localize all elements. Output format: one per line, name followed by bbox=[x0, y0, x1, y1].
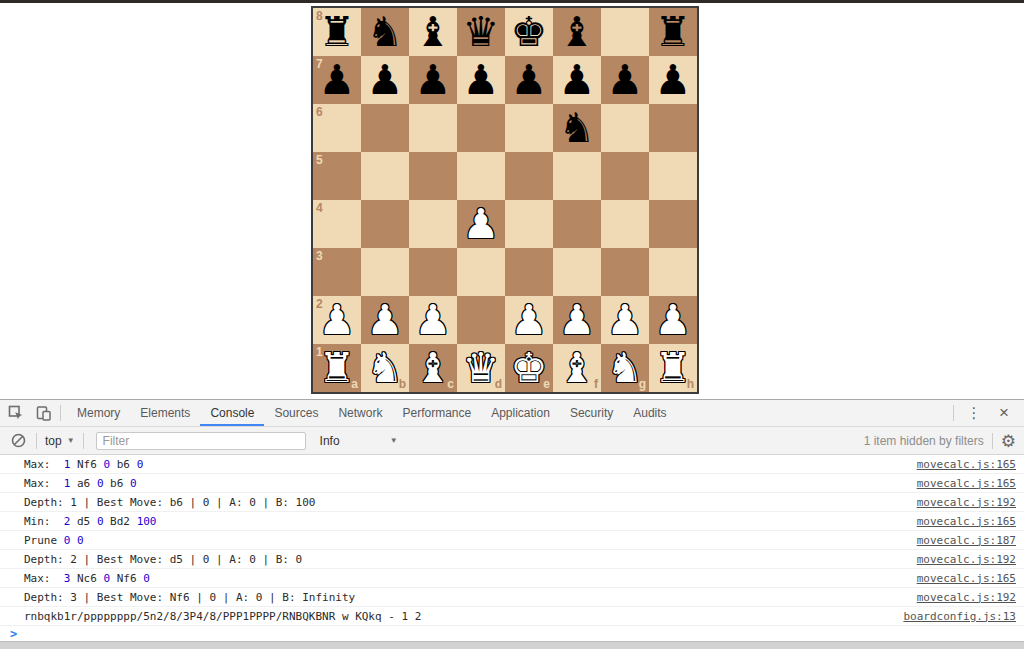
square-f2[interactable]: ♟ bbox=[553, 296, 601, 344]
console-row: Max: 1 a6 0 b6 0movecalc.js:165 bbox=[0, 474, 1024, 493]
piece-bP[interactable]: ♟ bbox=[601, 56, 649, 104]
console-prompt-chevron: > bbox=[10, 627, 17, 641]
rank-label: 4 bbox=[316, 202, 323, 214]
log-level-label: Info bbox=[320, 434, 340, 448]
page: 8♜♞♝♛♚♝♜7♟♟♟♟♟♟♟♟6♞54♟32♟♟♟♟♟♟♟1a♜b♞c♝d♛… bbox=[0, 0, 1024, 649]
console-row: Depth: 3 | Best Move: Nf6 | 0 | A: 0 | B… bbox=[0, 588, 1024, 607]
piece-wN[interactable]: ♞ bbox=[601, 344, 649, 392]
rank-label: 6 bbox=[316, 106, 323, 118]
page-top-border bbox=[0, 0, 1024, 3]
piece-bP[interactable]: ♟ bbox=[457, 56, 505, 104]
console-message: Depth: 1 | Best Move: b6 | 0 | A: 0 | B:… bbox=[24, 496, 315, 509]
console-row: Depth: 2 | Best Move: d5 | 0 | A: 0 | B:… bbox=[0, 550, 1024, 569]
piece-wB[interactable]: ♝ bbox=[553, 344, 601, 392]
square-g4[interactable] bbox=[601, 200, 649, 248]
piece-wB[interactable]: ♝ bbox=[409, 344, 457, 392]
source-link[interactable]: movecalc.js:192 bbox=[917, 496, 1016, 509]
square-a6[interactable]: 6 bbox=[313, 104, 361, 152]
square-e5[interactable] bbox=[505, 152, 553, 200]
piece-wP[interactable]: ♟ bbox=[601, 296, 649, 344]
square-f7[interactable]: ♟ bbox=[553, 56, 601, 104]
square-b2[interactable]: ♟ bbox=[361, 296, 409, 344]
square-e3[interactable] bbox=[505, 248, 553, 296]
log-level-select[interactable]: Info ▼ bbox=[320, 434, 398, 448]
piece-wP[interactable]: ♟ bbox=[553, 296, 601, 344]
window-bottom-edge bbox=[0, 641, 1024, 649]
square-g7[interactable]: ♟ bbox=[601, 56, 649, 104]
console-message: Max: 1 Nf6 0 b6 0 bbox=[24, 458, 143, 471]
console-message: Depth: 2 | Best Move: d5 | 0 | A: 0 | B:… bbox=[24, 553, 302, 566]
square-h8[interactable]: ♜ bbox=[649, 8, 697, 56]
tabbar-right-controls: ⋮ × bbox=[953, 400, 1024, 426]
tab-elements[interactable]: Elements bbox=[130, 400, 200, 426]
chevron-down-icon: ▼ bbox=[67, 436, 75, 445]
devtools-tabs: MemoryElementsConsoleSourcesNetworkPerfo… bbox=[67, 400, 677, 426]
square-c5[interactable] bbox=[409, 152, 457, 200]
square-d8[interactable]: ♛ bbox=[457, 8, 505, 56]
square-c7[interactable]: ♟ bbox=[409, 56, 457, 104]
console-row: Prune 0 0movecalc.js:187 bbox=[0, 531, 1024, 550]
piece-wP[interactable]: ♟ bbox=[457, 200, 505, 248]
devtools-left-icons bbox=[0, 400, 60, 426]
square-c4[interactable] bbox=[409, 200, 457, 248]
piece-bR[interactable]: ♜ bbox=[649, 8, 697, 56]
square-d1[interactable]: d♛ bbox=[457, 344, 505, 392]
square-f8[interactable]: ♝ bbox=[553, 8, 601, 56]
square-a5[interactable]: 5 bbox=[313, 152, 361, 200]
piece-wR[interactable]: ♜ bbox=[313, 344, 361, 392]
piece-bP[interactable]: ♟ bbox=[649, 56, 697, 104]
square-b7[interactable]: ♟ bbox=[361, 56, 409, 104]
square-c3[interactable] bbox=[409, 248, 457, 296]
square-c2[interactable]: ♟ bbox=[409, 296, 457, 344]
square-g5[interactable] bbox=[601, 152, 649, 200]
piece-bP[interactable]: ♟ bbox=[505, 56, 553, 104]
piece-wQ[interactable]: ♛ bbox=[457, 344, 505, 392]
chess-board-frame: 8♜♞♝♛♚♝♜7♟♟♟♟♟♟♟♟6♞54♟32♟♟♟♟♟♟♟1a♜b♞c♝d♛… bbox=[311, 6, 699, 394]
rank-label: 5 bbox=[316, 154, 323, 166]
piece-wN[interactable]: ♞ bbox=[361, 344, 409, 392]
console-message: Max: 1 a6 0 b6 0 bbox=[24, 477, 137, 490]
console-message: Min: 2 d5 0 Bd2 100 bbox=[24, 515, 157, 528]
console-row: Depth: 1 | Best Move: b6 | 0 | A: 0 | B:… bbox=[0, 493, 1024, 512]
source-link[interactable]: movecalc.js:165 bbox=[917, 458, 1016, 471]
inspect-icon[interactable] bbox=[6, 403, 26, 423]
piece-bB[interactable]: ♝ bbox=[553, 8, 601, 56]
piece-bN[interactable]: ♞ bbox=[361, 8, 409, 56]
square-b6[interactable] bbox=[361, 104, 409, 152]
tabbar-separator bbox=[60, 405, 61, 421]
console-row: Max: 1 Nf6 0 b6 0movecalc.js:165 bbox=[0, 455, 1024, 474]
console-message: Prune 0 0 bbox=[24, 534, 84, 547]
device-toolbar-icon[interactable] bbox=[34, 403, 54, 423]
square-c1[interactable]: c♝ bbox=[409, 344, 457, 392]
square-h6[interactable] bbox=[649, 104, 697, 152]
square-e1[interactable]: e♚ bbox=[505, 344, 553, 392]
piece-wP[interactable]: ♟ bbox=[361, 296, 409, 344]
toolbar-separator-2 bbox=[83, 433, 84, 449]
square-g8[interactable] bbox=[601, 8, 649, 56]
square-h7[interactable]: ♟ bbox=[649, 56, 697, 104]
square-b3[interactable] bbox=[361, 248, 409, 296]
square-a3[interactable]: 3 bbox=[313, 248, 361, 296]
toolbar-separator-3 bbox=[992, 433, 993, 449]
tab-sources[interactable]: Sources bbox=[264, 400, 328, 426]
console-row: Min: 2 d5 0 Bd2 100movecalc.js:165 bbox=[0, 512, 1024, 531]
piece-wK[interactable]: ♚ bbox=[505, 344, 553, 392]
piece-bR[interactable]: ♜ bbox=[313, 8, 361, 56]
square-f5[interactable] bbox=[553, 152, 601, 200]
square-e4[interactable] bbox=[505, 200, 553, 248]
square-d5[interactable] bbox=[457, 152, 505, 200]
piece-wP[interactable]: ♟ bbox=[505, 296, 553, 344]
tab-memory[interactable]: Memory bbox=[67, 400, 130, 426]
square-a1[interactable]: 1a♜ bbox=[313, 344, 361, 392]
piece-wR[interactable]: ♜ bbox=[649, 344, 697, 392]
tab-security[interactable]: Security bbox=[560, 400, 623, 426]
square-b1[interactable]: b♞ bbox=[361, 344, 409, 392]
hidden-items-note: 1 item hidden by filters bbox=[864, 434, 984, 448]
close-icon[interactable]: × bbox=[994, 403, 1014, 423]
console-message: Depth: 3 | Best Move: Nf6 | 0 | A: 0 | B… bbox=[24, 591, 355, 604]
tabbar-right-separator bbox=[953, 405, 954, 421]
square-d2[interactable] bbox=[457, 296, 505, 344]
console-message: Max: 3 Nc6 0 Nf6 0 bbox=[24, 572, 150, 585]
square-e2[interactable]: ♟ bbox=[505, 296, 553, 344]
square-b5[interactable] bbox=[361, 152, 409, 200]
console-log: Max: 1 Nf6 0 b6 0movecalc.js:165Max: 1 a… bbox=[0, 455, 1024, 626]
piece-bK[interactable]: ♚ bbox=[505, 8, 553, 56]
square-d3[interactable] bbox=[457, 248, 505, 296]
square-h2[interactable]: ♟ bbox=[649, 296, 697, 344]
console-toolbar: top ▼ Info ▼ 1 item hidden by filters ⚙ bbox=[0, 427, 1024, 455]
square-a7[interactable]: 7♟ bbox=[313, 56, 361, 104]
square-b8[interactable]: ♞ bbox=[361, 8, 409, 56]
chess-board: 8♜♞♝♛♚♝♜7♟♟♟♟♟♟♟♟6♞54♟32♟♟♟♟♟♟♟1a♜b♞c♝d♛… bbox=[313, 8, 697, 392]
square-a8[interactable]: 8♜ bbox=[313, 8, 361, 56]
piece-wP[interactable]: ♟ bbox=[313, 296, 361, 344]
square-h5[interactable] bbox=[649, 152, 697, 200]
square-a4[interactable]: 4 bbox=[313, 200, 361, 248]
square-e8[interactable]: ♚ bbox=[505, 8, 553, 56]
context-selector-label: top bbox=[45, 434, 62, 448]
console-row: Max: 3 Nc6 0 Nf6 0movecalc.js:165 bbox=[0, 569, 1024, 588]
piece-wP[interactable]: ♟ bbox=[649, 296, 697, 344]
square-f6[interactable]: ♞ bbox=[553, 104, 601, 152]
source-link[interactable]: movecalc.js:192 bbox=[917, 591, 1016, 604]
context-selector[interactable]: top ▼ bbox=[45, 434, 75, 448]
piece-bN[interactable]: ♞ bbox=[553, 104, 601, 152]
square-c8[interactable]: ♝ bbox=[409, 8, 457, 56]
piece-bP[interactable]: ♟ bbox=[361, 56, 409, 104]
source-link[interactable]: movecalc.js:165 bbox=[917, 477, 1016, 490]
piece-wP[interactable]: ♟ bbox=[409, 296, 457, 344]
square-b4[interactable] bbox=[361, 200, 409, 248]
square-d4[interactable]: ♟ bbox=[457, 200, 505, 248]
console-message: rnbqkb1r/pppppppp/5n2/8/3P4/8/PPP1PPPP/R… bbox=[24, 610, 421, 623]
tab-network[interactable]: Network bbox=[328, 400, 392, 426]
devtools-panel: MemoryElementsConsoleSourcesNetworkPerfo… bbox=[0, 399, 1024, 641]
piece-bP[interactable]: ♟ bbox=[313, 56, 361, 104]
source-link[interactable]: boardconfig.js:13 bbox=[903, 610, 1016, 623]
square-e6[interactable] bbox=[505, 104, 553, 152]
tab-performance[interactable]: Performance bbox=[392, 400, 481, 426]
square-d7[interactable]: ♟ bbox=[457, 56, 505, 104]
rank-label: 3 bbox=[316, 250, 323, 262]
square-h1[interactable]: h♜ bbox=[649, 344, 697, 392]
source-link[interactable]: movecalc.js:187 bbox=[917, 534, 1016, 547]
settings-gear-icon[interactable]: ⚙ bbox=[1001, 431, 1016, 451]
square-e7[interactable]: ♟ bbox=[505, 56, 553, 104]
piece-bP[interactable]: ♟ bbox=[553, 56, 601, 104]
tab-audits[interactable]: Audits bbox=[623, 400, 676, 426]
square-g2[interactable]: ♟ bbox=[601, 296, 649, 344]
devtools-tab-bar: MemoryElementsConsoleSourcesNetworkPerfo… bbox=[0, 400, 1024, 427]
clear-console-icon[interactable] bbox=[8, 431, 28, 451]
filter-input[interactable] bbox=[96, 432, 306, 450]
square-f3[interactable] bbox=[553, 248, 601, 296]
square-d6[interactable] bbox=[457, 104, 505, 152]
square-c6[interactable] bbox=[409, 104, 457, 152]
chevron-down-icon: ▼ bbox=[390, 436, 398, 445]
square-f1[interactable]: f♝ bbox=[553, 344, 601, 392]
tab-application[interactable]: Application bbox=[481, 400, 560, 426]
toolbar-separator-1 bbox=[36, 433, 37, 449]
kebab-menu-icon[interactable]: ⋮ bbox=[964, 403, 984, 423]
console-prompt-row[interactable]: > bbox=[0, 626, 1024, 642]
source-link[interactable]: movecalc.js:165 bbox=[917, 515, 1016, 528]
square-g3[interactable] bbox=[601, 248, 649, 296]
source-link[interactable]: movecalc.js:192 bbox=[917, 553, 1016, 566]
square-g6[interactable] bbox=[601, 104, 649, 152]
piece-bQ[interactable]: ♛ bbox=[457, 8, 505, 56]
source-link[interactable]: movecalc.js:165 bbox=[917, 572, 1016, 585]
piece-bP[interactable]: ♟ bbox=[409, 56, 457, 104]
piece-bB[interactable]: ♝ bbox=[409, 8, 457, 56]
square-h3[interactable] bbox=[649, 248, 697, 296]
square-h4[interactable] bbox=[649, 200, 697, 248]
square-g1[interactable]: g♞ bbox=[601, 344, 649, 392]
console-row: rnbqkb1r/pppppppp/5n2/8/3P4/8/PPP1PPPP/R… bbox=[0, 607, 1024, 626]
square-f4[interactable] bbox=[553, 200, 601, 248]
tab-console[interactable]: Console bbox=[200, 400, 264, 426]
square-a2[interactable]: 2♟ bbox=[313, 296, 361, 344]
